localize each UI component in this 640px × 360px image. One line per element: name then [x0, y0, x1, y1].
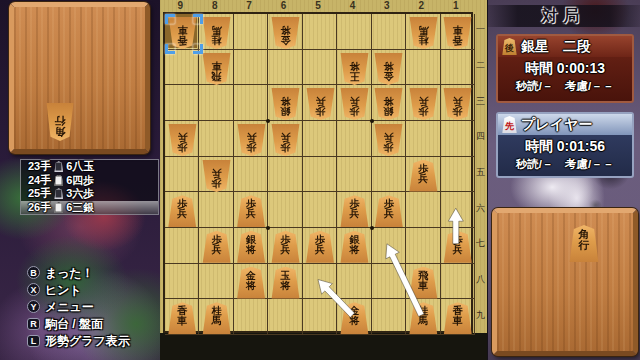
board-square[interactable]: [337, 121, 371, 157]
board-square[interactable]: [165, 85, 199, 121]
hoshi-dot: [266, 119, 270, 123]
opponent-byoyomi: 秒読/－ 考慮/－－: [498, 81, 632, 93]
rank-label: 七: [474, 226, 487, 262]
board-file-labels: 987654321: [163, 0, 473, 12]
player-name: プレイヤー: [521, 116, 592, 134]
board-square[interactable]: [406, 228, 440, 264]
board-square[interactable]: [303, 14, 337, 50]
move-history-panel: 23手6八玉24手6四歩25手3六歩26手6三銀: [20, 159, 159, 215]
player-byoyomi: 秒読/－ 考慮/－－: [498, 159, 632, 171]
board-square[interactable]: [441, 157, 475, 193]
sente-badge-icon: 先: [502, 116, 517, 133]
file-label: 1: [439, 0, 473, 12]
board-square[interactable]: [268, 299, 302, 335]
move-text: 6三銀: [66, 202, 94, 213]
control-hint-L[interactable]: L形勢グラフ表示: [27, 332, 167, 349]
hoshi-dot: [370, 119, 374, 123]
board-square[interactable]: [441, 50, 475, 86]
board-square[interactable]: [372, 299, 406, 335]
Y-button-icon: Y: [27, 300, 40, 313]
rank-label: 六: [474, 190, 487, 226]
board-square[interactable]: [268, 157, 302, 193]
move-text: 6四歩: [66, 175, 94, 186]
file-label: 6: [266, 0, 300, 12]
board-square[interactable]: [441, 192, 475, 228]
control-label: 形勢グラフ表示: [45, 335, 130, 347]
opponent-name: 銀星 二段: [521, 38, 591, 56]
rank-label: 二: [474, 48, 487, 84]
board-square[interactable]: [234, 299, 268, 335]
opponent-header: 後 銀星 二段: [498, 36, 632, 57]
sente-piece-icon: [54, 161, 63, 172]
board-square[interactable]: [406, 121, 440, 157]
move-list-row: 24手6四歩: [21, 174, 158, 188]
gote-piece-icon: [54, 202, 63, 213]
rank-label: 九: [474, 297, 487, 333]
board-square[interactable]: [303, 264, 337, 300]
gote-piece-icon: [54, 175, 63, 186]
rank-label: 四: [474, 119, 487, 155]
rank-label: 三: [474, 83, 487, 119]
board-square[interactable]: [268, 192, 302, 228]
shogi-board[interactable]: 香車桂馬金将桂馬香車飛車王将金将銀将歩兵歩兵銀将歩兵歩兵歩兵歩兵歩兵歩兵歩兵歩兵…: [163, 12, 473, 333]
R-button-icon: R: [27, 318, 40, 330]
board-square[interactable]: [268, 50, 302, 86]
file-label: 7: [232, 0, 266, 12]
board-square[interactable]: [372, 157, 406, 193]
board-square[interactable]: [165, 50, 199, 86]
move-list-row: 26手6三銀: [21, 201, 158, 215]
control-label: まった！: [45, 267, 94, 279]
L-button-icon: L: [27, 335, 40, 347]
shogi-piece-角行[interactable]: 角行: [569, 225, 599, 262]
control-label: メニュー: [45, 301, 94, 313]
file-label: 9: [163, 0, 197, 12]
player-info-box: 先 プレイヤー 時間 0:01:56 秒読/－ 考慮/－－: [496, 112, 634, 178]
player-time: 時間 0:01:56: [498, 139, 632, 153]
X-button-icon: X: [27, 283, 40, 296]
board-square[interactable]: [234, 50, 268, 86]
board-square[interactable]: [303, 299, 337, 335]
move-number: 24手: [28, 175, 51, 186]
opponent-time: 時間 0:00:13: [498, 61, 632, 75]
rank-label: 五: [474, 155, 487, 191]
board-square[interactable]: [337, 264, 371, 300]
screen-title: 対局: [542, 6, 586, 27]
board-square[interactable]: [303, 157, 337, 193]
control-label: 駒台 / 盤面: [45, 318, 103, 330]
file-label: 5: [301, 0, 335, 12]
move-number: 25手: [28, 188, 51, 199]
captured-pieces-tray-sente[interactable]: 角行: [492, 208, 638, 356]
board-square[interactable]: [337, 157, 371, 193]
shogi-piece-角行[interactable]: 角行: [46, 103, 74, 141]
controller-hints: Bまった！XヒントYメニューR駒台 / 盤面L形勢グラフ表示: [27, 264, 167, 349]
board-square[interactable]: [372, 264, 406, 300]
board-square[interactable]: [165, 228, 199, 264]
board-square[interactable]: [199, 192, 233, 228]
board-rank-labels: 一二三四五六七八九: [474, 12, 487, 333]
board-square[interactable]: [234, 157, 268, 193]
board-square[interactable]: [406, 50, 440, 86]
file-label: 3: [370, 0, 404, 12]
control-hint-R[interactable]: R駒台 / 盤面: [27, 315, 167, 332]
screen-title-band: 対局: [487, 5, 640, 27]
board-square[interactable]: [303, 121, 337, 157]
rank-label: 一: [474, 12, 487, 48]
player-header: 先 プレイヤー: [498, 114, 632, 135]
board-square[interactable]: [406, 192, 440, 228]
move-text: 6八玉: [66, 161, 94, 172]
hoshi-dot: [370, 226, 374, 230]
control-hint-B[interactable]: Bまった！: [27, 264, 167, 281]
move-text: 3六歩: [66, 188, 94, 199]
opponent-info-box: 後 銀星 二段 時間 0:00:13 秒読/－ 考慮/－－: [496, 34, 634, 103]
control-hint-X[interactable]: Xヒント: [27, 281, 167, 298]
board-square[interactable]: [199, 121, 233, 157]
board-square[interactable]: [199, 264, 233, 300]
board-square[interactable]: [199, 85, 233, 121]
move-number: 26手: [28, 202, 51, 213]
board-bottom-shadow: [160, 333, 487, 360]
selection-cursor: [165, 14, 203, 54]
board-square[interactable]: [165, 157, 199, 193]
board-square[interactable]: [303, 192, 337, 228]
board-square[interactable]: [303, 50, 337, 86]
board-square[interactable]: [234, 85, 268, 121]
move-number: 23手: [28, 161, 51, 172]
board-square[interactable]: [165, 264, 199, 300]
file-label: 4: [335, 0, 369, 12]
board-square[interactable]: [337, 14, 371, 50]
file-label: 8: [197, 0, 231, 12]
board-square[interactable]: [234, 14, 268, 50]
move-list-row: 25手3六歩: [21, 187, 158, 201]
gote-badge-icon: 後: [502, 38, 517, 55]
move-list-row: 23手6八玉: [21, 160, 158, 174]
board-square[interactable]: [441, 121, 475, 157]
board-square[interactable]: [372, 14, 406, 50]
hoshi-dot: [266, 226, 270, 230]
B-button-icon: B: [27, 266, 40, 279]
file-label: 2: [404, 0, 438, 12]
control-hint-Y[interactable]: Yメニュー: [27, 298, 167, 315]
control-label: ヒント: [45, 284, 82, 296]
captured-pieces-tray-gote[interactable]: 角行: [9, 2, 150, 154]
rank-label: 八: [474, 262, 487, 298]
sente-piece-icon: [54, 188, 63, 199]
board-square[interactable]: [441, 264, 475, 300]
board-square[interactable]: [372, 228, 406, 264]
game-screen: 987654321 一二三四五六七八九 香車桂馬金将桂馬香車飛車王将金将銀将歩兵…: [0, 0, 640, 360]
